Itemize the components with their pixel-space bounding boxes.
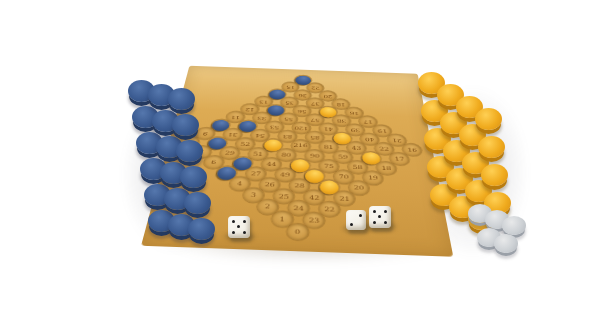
- die-pip: [378, 215, 381, 218]
- pit-number: 22: [324, 206, 334, 212]
- pit-number: 37: [311, 101, 320, 106]
- pit-number: 31: [228, 132, 238, 137]
- pit-number: 20: [354, 185, 364, 191]
- pit-number: 11: [231, 115, 241, 120]
- die-showing-2[interactable]: [346, 210, 366, 230]
- pit-number: 17: [363, 119, 372, 124]
- die-showing-5[interactable]: [369, 206, 391, 228]
- pit-number: 44: [266, 161, 276, 167]
- blue-tray-disc[interactable]: [172, 114, 199, 136]
- pit-number: 36: [298, 93, 307, 97]
- pit-number: 3: [251, 192, 257, 198]
- pit-number: 29: [225, 150, 235, 155]
- pit-number: 35: [285, 100, 294, 105]
- pit-number: 70: [339, 174, 349, 180]
- pit-number: 83: [283, 134, 293, 139]
- pit-number: 80: [281, 152, 291, 157]
- pit-number: 21: [392, 138, 402, 143]
- pit-number: 25: [279, 193, 290, 199]
- pit-number: 22: [379, 146, 389, 151]
- pit-number: 81: [324, 144, 333, 149]
- pit-number: 15: [286, 85, 295, 89]
- pit-number: 19: [377, 128, 387, 133]
- blue-tray-disc[interactable]: [176, 140, 203, 162]
- yellow-tray-disc[interactable]: [475, 108, 502, 130]
- pit-number: 26: [264, 182, 275, 188]
- pit-number: 24: [293, 205, 304, 211]
- pit-number: 16: [350, 110, 359, 115]
- die-pip: [232, 220, 235, 223]
- pit-number: 23: [309, 217, 320, 224]
- product-photo-scene: 1522362013353718125616113355573817531204…: [0, 0, 600, 315]
- die-pip: [384, 210, 387, 213]
- pit-number: 28: [294, 183, 304, 189]
- pit-number: 58: [353, 164, 363, 170]
- pit-number: 52: [240, 141, 250, 146]
- pit-number: 75: [324, 163, 334, 169]
- pit-number: 16: [407, 147, 417, 152]
- pit-number: 13: [259, 99, 268, 104]
- pit-number: 42: [309, 194, 319, 200]
- die-pip: [232, 231, 235, 234]
- pit-number: 17: [394, 156, 404, 161]
- pit-number: 4: [237, 181, 243, 187]
- blue-tray-disc[interactable]: [168, 88, 195, 110]
- pit-number: 90: [310, 153, 320, 158]
- pit-number: 39: [351, 127, 360, 132]
- pit-number: 21: [339, 195, 349, 201]
- pit-number: 85: [310, 135, 319, 140]
- die-pip: [384, 221, 387, 224]
- die-pip: [373, 210, 376, 213]
- pit-number: 27: [251, 171, 261, 177]
- blue-tray-disc[interactable]: [188, 218, 215, 240]
- pit-number: 57: [311, 117, 320, 122]
- pale-tray-disc[interactable]: [502, 216, 526, 235]
- pit-number: 54: [255, 133, 265, 138]
- die-pip: [243, 231, 246, 234]
- pit-number: 59: [338, 154, 348, 159]
- pale-tray-disc[interactable]: [494, 234, 518, 253]
- pit-number: 216: [294, 143, 308, 148]
- pit-number: 6: [211, 160, 217, 165]
- pit-number: 56: [298, 109, 307, 114]
- pit-number: 38: [337, 118, 346, 123]
- pit-number: 43: [352, 145, 362, 150]
- pit-number: 20: [324, 94, 333, 98]
- blue-tray-disc[interactable]: [180, 166, 207, 188]
- pit-number: 51: [253, 151, 263, 156]
- pit-number: 53: [270, 124, 279, 129]
- die-pip: [359, 214, 362, 217]
- pit-number: 18: [381, 165, 391, 171]
- pit-number: 0: [295, 228, 301, 235]
- pit-number: 40: [365, 137, 375, 142]
- die-pip: [243, 220, 246, 223]
- pit-number: 1: [280, 216, 286, 222]
- pit-number: 12: [245, 107, 254, 112]
- die-pip: [373, 221, 376, 224]
- pit-number: 55: [284, 116, 293, 121]
- pit-number: 2: [265, 204, 271, 210]
- pit-number: 9: [203, 131, 209, 136]
- die-pip: [350, 223, 353, 226]
- pit-number: 33: [257, 115, 266, 120]
- pit-number: 49: [280, 172, 290, 178]
- die-pip: [237, 225, 240, 228]
- pit-number: 120: [295, 125, 309, 130]
- pit-number: 19: [368, 175, 378, 181]
- pit-number: 41: [324, 126, 333, 131]
- yellow-tray-disc[interactable]: [478, 136, 505, 158]
- die-showing-5[interactable]: [228, 216, 250, 238]
- blue-tray-disc[interactable]: [184, 192, 211, 214]
- pit-number: 22: [311, 86, 319, 90]
- pit-number: 18: [337, 102, 346, 107]
- yellow-tray-disc[interactable]: [481, 164, 508, 186]
